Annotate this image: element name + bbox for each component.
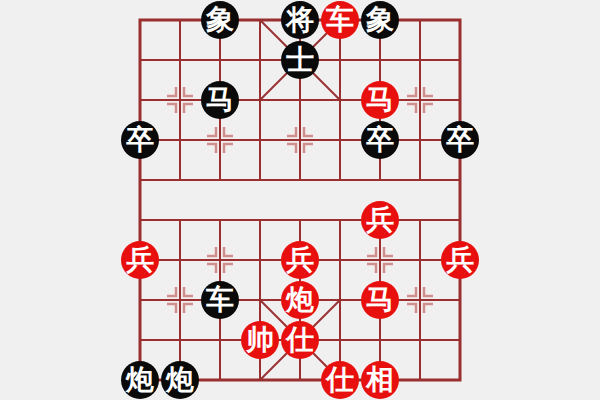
piece-red-general[interactable]: 帅 bbox=[241, 321, 279, 359]
piece-glyph: 兵 bbox=[366, 206, 394, 234]
piece-black-soldier[interactable]: 卒 bbox=[441, 121, 479, 159]
piece-black-general[interactable]: 将 bbox=[281, 1, 319, 39]
piece-red-horse[interactable]: 马 bbox=[361, 81, 399, 119]
piece-black-cannon[interactable]: 炮 bbox=[161, 361, 199, 399]
piece-glyph: 象 bbox=[366, 6, 394, 34]
piece-black-chariot[interactable]: 车 bbox=[201, 281, 239, 319]
piece-glyph: 士 bbox=[286, 46, 314, 74]
piece-red-soldier[interactable]: 兵 bbox=[361, 201, 399, 239]
piece-glyph: 兵 bbox=[446, 246, 474, 274]
piece-red-advisor[interactable]: 仕 bbox=[281, 321, 319, 359]
piece-glyph: 炮 bbox=[166, 366, 194, 394]
piece-black-elephant[interactable]: 象 bbox=[201, 1, 239, 39]
piece-glyph: 仕 bbox=[286, 326, 314, 354]
xiangqi-board: 象将车象士马马卒卒卒兵兵兵兵车炮马帅仕仕相炮炮 bbox=[0, 0, 600, 400]
piece-glyph: 象 bbox=[206, 6, 234, 34]
piece-glyph: 兵 bbox=[126, 246, 154, 274]
piece-red-cannon[interactable]: 炮 bbox=[281, 281, 319, 319]
piece-red-chariot[interactable]: 车 bbox=[321, 1, 359, 39]
piece-red-elephant[interactable]: 相 bbox=[361, 361, 399, 399]
piece-glyph: 兵 bbox=[286, 246, 314, 274]
piece-black-elephant[interactable]: 象 bbox=[361, 1, 399, 39]
piece-red-soldier[interactable]: 兵 bbox=[281, 241, 319, 279]
piece-red-soldier[interactable]: 兵 bbox=[121, 241, 159, 279]
piece-glyph: 炮 bbox=[286, 286, 314, 314]
piece-glyph: 车 bbox=[326, 6, 354, 34]
piece-glyph: 车 bbox=[206, 286, 234, 314]
piece-glyph: 炮 bbox=[126, 366, 154, 394]
piece-glyph: 帅 bbox=[246, 326, 274, 354]
piece-black-cannon[interactable]: 炮 bbox=[121, 361, 159, 399]
piece-black-advisor[interactable]: 士 bbox=[281, 41, 319, 79]
piece-glyph: 卒 bbox=[446, 126, 474, 154]
piece-black-soldier[interactable]: 卒 bbox=[121, 121, 159, 159]
piece-glyph: 卒 bbox=[126, 126, 154, 154]
piece-red-soldier[interactable]: 兵 bbox=[441, 241, 479, 279]
piece-glyph: 马 bbox=[206, 86, 234, 114]
pieces-grid: 象将车象士马马卒卒卒兵兵兵兵车炮马帅仕仕相炮炮 bbox=[120, 0, 480, 400]
piece-black-soldier[interactable]: 卒 bbox=[361, 121, 399, 159]
piece-glyph: 相 bbox=[366, 366, 394, 394]
piece-glyph: 马 bbox=[366, 86, 394, 114]
piece-glyph: 仕 bbox=[326, 366, 354, 394]
piece-red-advisor[interactable]: 仕 bbox=[321, 361, 359, 399]
piece-glyph: 将 bbox=[286, 6, 314, 34]
piece-glyph: 马 bbox=[366, 286, 394, 314]
piece-glyph: 卒 bbox=[366, 126, 394, 154]
piece-red-horse[interactable]: 马 bbox=[361, 281, 399, 319]
piece-black-horse[interactable]: 马 bbox=[201, 81, 239, 119]
